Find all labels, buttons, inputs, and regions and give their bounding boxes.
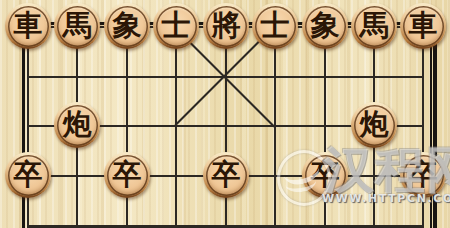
piece-face: 卒 bbox=[107, 155, 148, 196]
piece-glyph: 車 bbox=[409, 11, 438, 40]
piece-face: 卒 bbox=[8, 155, 49, 196]
piece-glyph: 炮 bbox=[360, 110, 389, 139]
piece-black-cannon-b8[interactable]: 炮 bbox=[54, 102, 100, 148]
piece-black-soldier-i7[interactable]: 卒 bbox=[400, 152, 446, 198]
piece-glyph: 炮 bbox=[63, 110, 92, 139]
piece-face: 士 bbox=[156, 6, 197, 47]
piece-face: 士 bbox=[255, 6, 296, 47]
piece-glyph: 卒 bbox=[113, 160, 142, 189]
piece-glyph: 卒 bbox=[311, 160, 340, 189]
piece-black-advisor-d10[interactable]: 士 bbox=[153, 3, 199, 49]
piece-glyph: 卒 bbox=[409, 160, 438, 189]
piece-glyph: 象 bbox=[311, 11, 340, 40]
grid-file-line-5 bbox=[274, 27, 276, 228]
piece-face: 馬 bbox=[354, 6, 395, 47]
piece-glyph: 卒 bbox=[212, 160, 241, 189]
piece-glyph: 車 bbox=[14, 11, 43, 40]
piece-black-chariot-a10[interactable]: 車 bbox=[5, 3, 51, 49]
piece-face: 馬 bbox=[57, 6, 98, 47]
piece-glyph: 士 bbox=[162, 11, 191, 40]
piece-glyph: 卒 bbox=[14, 160, 43, 189]
piece-black-horse-h10[interactable]: 馬 bbox=[351, 3, 397, 49]
piece-black-soldier-a7[interactable]: 卒 bbox=[5, 152, 51, 198]
board-border-right-inner bbox=[430, 22, 432, 228]
piece-face: 卒 bbox=[305, 155, 346, 196]
piece-black-general-e10[interactable]: 將 bbox=[203, 3, 249, 49]
board-border-right bbox=[433, 22, 437, 228]
piece-face: 象 bbox=[305, 6, 346, 47]
piece-black-horse-b10[interactable]: 馬 bbox=[54, 3, 100, 49]
piece-face: 象 bbox=[107, 6, 148, 47]
grid-file-line-3 bbox=[175, 27, 177, 228]
xiangqi-board[interactable]: 車馬象士將士象馬車炮炮卒卒卒卒卒 bbox=[0, 0, 450, 228]
piece-face: 將 bbox=[206, 6, 247, 47]
piece-black-elephant-c10[interactable]: 象 bbox=[104, 3, 150, 49]
piece-black-advisor-f10[interactable]: 士 bbox=[252, 3, 298, 49]
piece-black-soldier-c7[interactable]: 卒 bbox=[104, 152, 150, 198]
xiangqi-screenshot: 車馬象士將士象馬車炮炮卒卒卒卒卒 汉程网 WWW.HTTPCN.COM bbox=[0, 0, 450, 228]
piece-glyph: 馬 bbox=[360, 11, 389, 40]
piece-black-soldier-e7[interactable]: 卒 bbox=[203, 152, 249, 198]
piece-black-chariot-i10[interactable]: 車 bbox=[400, 3, 446, 49]
piece-black-elephant-g10[interactable]: 象 bbox=[302, 3, 348, 49]
piece-glyph: 馬 bbox=[63, 11, 92, 40]
piece-glyph: 士 bbox=[261, 11, 290, 40]
piece-face: 卒 bbox=[403, 155, 444, 196]
piece-black-cannon-h8[interactable]: 炮 bbox=[351, 102, 397, 148]
piece-glyph: 將 bbox=[212, 11, 241, 40]
piece-face: 車 bbox=[403, 6, 444, 47]
piece-face: 卒 bbox=[206, 155, 247, 196]
piece-face: 炮 bbox=[57, 105, 98, 146]
piece-glyph: 象 bbox=[113, 11, 142, 40]
piece-face: 車 bbox=[8, 6, 49, 47]
piece-face: 炮 bbox=[354, 105, 395, 146]
piece-black-soldier-g7[interactable]: 卒 bbox=[302, 152, 348, 198]
